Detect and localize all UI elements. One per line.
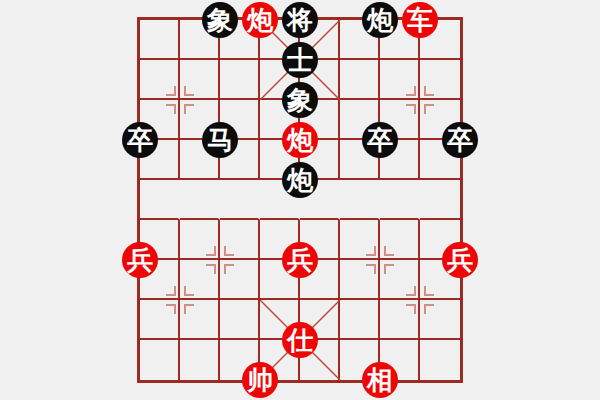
piece-black-advisor[interactable]: 士 bbox=[282, 42, 318, 78]
xiangqi-board: 象炮将炮车士象卒马炮卒卒炮兵兵兵仕帅相 bbox=[0, 0, 600, 400]
pieces-layer: 象炮将炮车士象卒马炮卒卒炮兵兵兵仕帅相 bbox=[0, 0, 600, 400]
piece-black-cannon[interactable]: 炮 bbox=[362, 2, 398, 38]
piece-black-pawn[interactable]: 卒 bbox=[122, 122, 158, 158]
piece-black-elephant[interactable]: 象 bbox=[282, 82, 318, 118]
piece-black-king[interactable]: 将 bbox=[282, 2, 318, 38]
piece-red-pawn[interactable]: 兵 bbox=[282, 242, 318, 278]
piece-black-pawn[interactable]: 卒 bbox=[442, 122, 478, 158]
piece-red-pawn[interactable]: 兵 bbox=[122, 242, 158, 278]
piece-red-cannon[interactable]: 炮 bbox=[282, 122, 318, 158]
piece-red-advisor[interactable]: 仕 bbox=[282, 322, 318, 358]
piece-black-elephant[interactable]: 象 bbox=[202, 2, 238, 38]
piece-red-chariot[interactable]: 车 bbox=[402, 2, 438, 38]
piece-red-elephant[interactable]: 相 bbox=[362, 362, 398, 398]
piece-black-pawn[interactable]: 卒 bbox=[362, 122, 398, 158]
piece-red-cannon[interactable]: 炮 bbox=[242, 2, 278, 38]
piece-black-horse[interactable]: 马 bbox=[202, 122, 238, 158]
piece-red-king[interactable]: 帅 bbox=[242, 362, 278, 398]
piece-black-cannon[interactable]: 炮 bbox=[282, 162, 318, 198]
piece-red-pawn[interactable]: 兵 bbox=[442, 242, 478, 278]
